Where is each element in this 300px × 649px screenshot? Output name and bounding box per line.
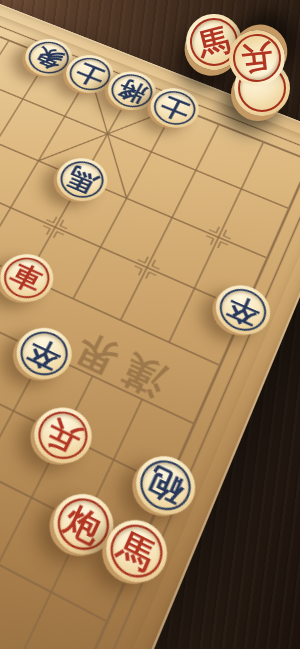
piece-glyph: 砲 (143, 463, 188, 508)
piece-glyph: 卒 (223, 291, 263, 329)
piece-glyph: 士 (156, 93, 193, 123)
piece-black-horse[interactable]: 馬 (48, 151, 115, 209)
piece-glyph: 馬 (63, 163, 102, 196)
piece-glyph: 卒 (23, 334, 66, 374)
piece-black-soldier-a[interactable]: 卒 (208, 277, 278, 343)
piece-glyph: 象 (31, 43, 67, 72)
piece-red-soldier[interactable]: 兵 (24, 398, 101, 473)
piece-red-chariot[interactable]: 車 (0, 246, 62, 310)
piece-glyph: 兵 (41, 414, 85, 457)
piece-black-cannon[interactable]: 砲 (127, 446, 205, 525)
piece-glyph: 馬 (113, 527, 159, 575)
piece-glyph: 炮 (60, 501, 106, 548)
piece-glyph: 將 (114, 76, 150, 106)
piece-black-soldier-b[interactable]: 卒 (7, 319, 81, 388)
piece-glyph: 車 (6, 260, 47, 297)
piece-glyph: 士 (72, 59, 108, 88)
